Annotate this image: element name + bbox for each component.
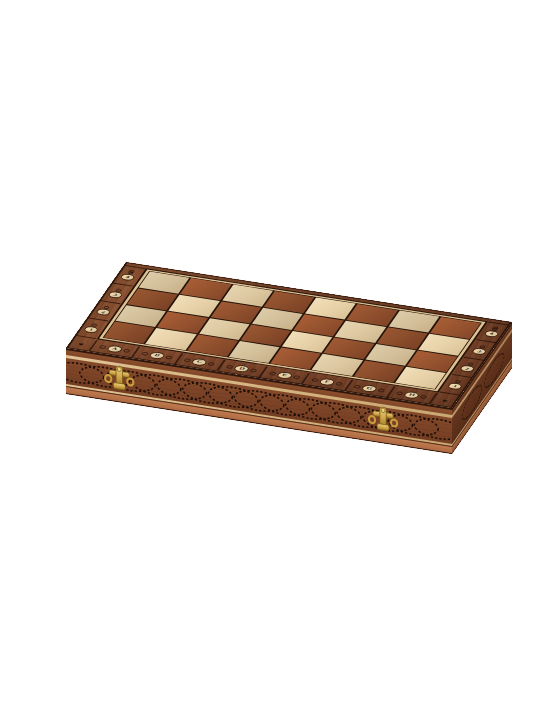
rank-label-1: 1: [83, 326, 100, 334]
file-label-e: E: [275, 371, 293, 379]
scroll-carving-icon: [377, 388, 385, 392]
scroll-carving-icon: [353, 385, 361, 389]
file-label-d: D: [233, 364, 251, 372]
scroll-carving-icon: [122, 349, 130, 353]
scroll-carving-icon: [396, 391, 404, 395]
scroll-carving-icon: [311, 378, 319, 382]
scroll-carving-icon: [183, 358, 191, 362]
file-label-g: G: [361, 384, 379, 392]
rank-label-3: 3: [471, 347, 488, 355]
brass-clasp-icon: [101, 360, 138, 396]
scroll-carving-icon: [420, 395, 428, 399]
scroll-carving-icon: [165, 355, 173, 359]
scroll-carving-icon: [292, 375, 300, 379]
file-label-h: H: [403, 391, 421, 399]
rank-label-3: 3: [107, 291, 124, 299]
brass-clasp-icon: [365, 401, 402, 437]
scroll-carving-icon: [98, 345, 106, 349]
rank-label-2: 2: [459, 365, 476, 373]
scroll-carving-icon: [268, 371, 276, 375]
file-label-a: A: [105, 345, 123, 353]
rank-label-1: 1: [446, 382, 463, 390]
product-photo-chess-box: ABCDEFGH 4321 4321 ♥ ♥: [0, 0, 540, 720]
scroll-carving-icon: [250, 368, 258, 372]
file-label-f: F: [318, 378, 336, 386]
scroll-carving-icon: [335, 382, 343, 386]
chess-box-scene: ABCDEFGH 4321 4321 ♥ ♥: [0, 0, 540, 720]
scroll-carving-icon: [141, 352, 149, 356]
heart-carving-icon: ♥: [69, 338, 92, 349]
file-label-b: B: [148, 351, 166, 359]
file-label-c: C: [190, 358, 208, 366]
rank-label-2: 2: [95, 308, 112, 316]
scroll-carving-icon: [226, 365, 234, 369]
scroll-carving-icon: [207, 362, 215, 366]
